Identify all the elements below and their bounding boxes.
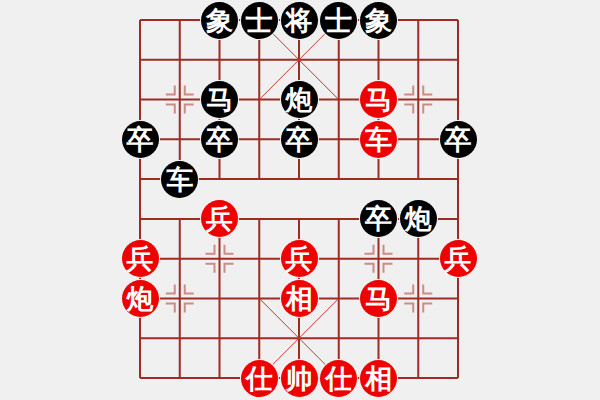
- piece-black-soldier[interactable]: 卒: [122, 121, 159, 158]
- piece-black-advisor[interactable]: 士: [241, 2, 278, 39]
- piece-red-chariot[interactable]: 车: [360, 121, 397, 158]
- piece-black-soldier[interactable]: 卒: [201, 121, 238, 158]
- xiangqi-app: 象士将士象马炮马卒卒卒车卒车兵卒炮兵兵兵炮相马仕帅仕相: [0, 0, 600, 400]
- piece-black-cannon[interactable]: 炮: [281, 81, 318, 118]
- piece-red-advisor[interactable]: 仕: [241, 360, 278, 397]
- piece-black-elephant[interactable]: 象: [360, 2, 397, 39]
- piece-black-chariot[interactable]: 车: [161, 161, 198, 198]
- piece-black-cannon[interactable]: 炮: [400, 200, 437, 237]
- piece-red-soldier[interactable]: 兵: [201, 200, 238, 237]
- piece-black-elephant[interactable]: 象: [201, 2, 238, 39]
- piece-black-soldier[interactable]: 卒: [281, 121, 318, 158]
- piece-red-soldier[interactable]: 兵: [281, 240, 318, 277]
- piece-red-elephant[interactable]: 相: [281, 280, 318, 317]
- piece-red-soldier[interactable]: 兵: [122, 240, 159, 277]
- xiangqi-board[interactable]: 象士将士象马炮马卒卒卒车卒车兵卒炮兵兵兵炮相马仕帅仕相: [0, 0, 600, 400]
- piece-red-soldier[interactable]: 兵: [440, 240, 477, 277]
- piece-red-cannon[interactable]: 炮: [122, 280, 159, 317]
- piece-red-horse[interactable]: 马: [360, 280, 397, 317]
- piece-black-soldier[interactable]: 卒: [440, 121, 477, 158]
- piece-red-general[interactable]: 帅: [281, 360, 318, 397]
- piece-black-advisor[interactable]: 士: [320, 2, 357, 39]
- piece-black-general[interactable]: 将: [281, 2, 318, 39]
- piece-red-horse[interactable]: 马: [360, 81, 397, 118]
- piece-black-soldier[interactable]: 卒: [360, 200, 397, 237]
- pieces-layer: 象士将士象马炮马卒卒卒车卒车兵卒炮兵兵兵炮相马仕帅仕相: [0, 0, 600, 400]
- piece-black-horse[interactable]: 马: [201, 81, 238, 118]
- piece-red-advisor[interactable]: 仕: [320, 360, 357, 397]
- piece-red-elephant[interactable]: 相: [360, 360, 397, 397]
